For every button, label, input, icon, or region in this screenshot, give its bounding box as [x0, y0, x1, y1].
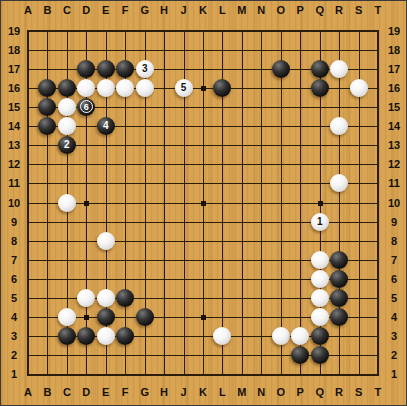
move-number: 1 [317, 213, 323, 231]
column-label-bottom: O [271, 386, 291, 399]
move-number: 3 [142, 60, 148, 78]
row-label-left: 13 [2, 139, 26, 152]
column-label-bottom: D [76, 386, 96, 399]
row-label-left: 5 [2, 292, 26, 305]
column-label-top: R [329, 4, 349, 17]
star-point [201, 86, 206, 91]
column-label-top: N [251, 4, 271, 17]
column-label-bottom: M [232, 386, 252, 399]
stone-white[interactable]: 5 [175, 79, 193, 97]
row-label-left: 15 [2, 101, 26, 114]
column-label-top: E [96, 4, 116, 17]
row-label-left: 11 [2, 177, 26, 190]
stone-white[interactable]: 3 [136, 60, 154, 78]
row-label-left: 3 [2, 330, 26, 343]
column-label-top: Q [310, 4, 330, 17]
row-label-left: 14 [2, 120, 26, 133]
stone-black[interactable] [330, 251, 348, 269]
stone-black[interactable] [330, 289, 348, 307]
stone-white[interactable] [58, 194, 76, 212]
stone-black[interactable]: 4 [97, 117, 115, 135]
row-label-left: 6 [2, 273, 26, 286]
row-label-right: 7 [382, 254, 406, 267]
column-label-top: S [349, 4, 369, 17]
row-label-left: 8 [2, 235, 26, 248]
grid-line-vertical [261, 31, 262, 374]
stone-white[interactable] [311, 289, 329, 307]
grid-line-horizontal [28, 241, 378, 242]
row-label-right: 10 [382, 197, 406, 210]
column-label-bottom: F [115, 386, 135, 399]
move-number: 5 [181, 79, 187, 97]
stone-white[interactable] [272, 327, 290, 345]
stone-black[interactable] [58, 79, 76, 97]
star-point [201, 201, 206, 206]
row-label-left: 9 [2, 216, 26, 229]
star-point [84, 315, 89, 320]
row-label-right: 1 [382, 368, 406, 381]
grid-line-vertical [281, 31, 282, 374]
row-label-right: 15 [382, 101, 406, 114]
stone-white[interactable] [311, 308, 329, 326]
row-label-left: 1 [2, 368, 26, 381]
row-label-right: 16 [382, 82, 406, 95]
column-label-top: A [18, 4, 38, 17]
stone-black[interactable] [311, 346, 329, 364]
row-label-left: 2 [2, 349, 26, 362]
stone-white[interactable] [291, 327, 309, 345]
row-label-right: 3 [382, 330, 406, 343]
column-label-bottom: T [368, 386, 388, 399]
stone-black[interactable] [311, 79, 329, 97]
stone-black[interactable] [116, 327, 134, 345]
column-label-top: T [368, 4, 388, 17]
move-number: 4 [103, 117, 109, 135]
stone-black[interactable] [330, 270, 348, 288]
row-label-left: 10 [2, 197, 26, 210]
column-label-bottom: G [135, 386, 155, 399]
row-label-right: 8 [382, 235, 406, 248]
row-label-right: 2 [382, 349, 406, 362]
stone-white[interactable]: 1 [311, 213, 329, 231]
go-board-screenshot: AABBCCDDEEFFGGHHJJKKLLMMNNOOPPQQRRSSTT19… [0, 0, 407, 406]
stone-white[interactable] [58, 308, 76, 326]
column-label-bottom: R [329, 386, 349, 399]
column-label-top: D [76, 4, 96, 17]
column-label-bottom: B [37, 386, 57, 399]
column-label-top: K [193, 4, 213, 17]
column-label-top: F [115, 4, 135, 17]
column-label-top: P [290, 4, 310, 17]
column-label-bottom: E [96, 386, 116, 399]
stone-white[interactable] [311, 270, 329, 288]
column-label-bottom: K [193, 386, 213, 399]
grid-line-vertical [242, 31, 243, 374]
star-point [201, 315, 206, 320]
row-label-right: 19 [382, 25, 406, 38]
column-label-top: C [57, 4, 77, 17]
column-label-top: M [232, 4, 252, 17]
stone-black[interactable] [311, 60, 329, 78]
stone-white[interactable] [97, 327, 115, 345]
column-label-bottom: H [154, 386, 174, 399]
stone-black[interactable] [330, 308, 348, 326]
row-label-left: 12 [2, 158, 26, 171]
column-label-bottom: A [18, 386, 38, 399]
column-label-top: H [154, 4, 174, 17]
stone-white[interactable] [97, 79, 115, 97]
column-label-top: B [37, 4, 57, 17]
column-label-bottom: L [212, 386, 232, 399]
row-label-left: 18 [2, 44, 26, 57]
row-label-right: 17 [382, 63, 406, 76]
stone-white[interactable] [77, 289, 95, 307]
stone-black[interactable] [136, 308, 154, 326]
row-label-left: 16 [2, 82, 26, 95]
grid-line-vertical [300, 31, 301, 374]
stone-white[interactable] [350, 79, 368, 97]
row-label-right: 5 [382, 292, 406, 305]
row-label-right: 13 [382, 139, 406, 152]
row-label-left: 19 [2, 25, 26, 38]
column-label-bottom: S [349, 386, 369, 399]
move-number-circled: 6 [80, 100, 93, 113]
row-label-right: 18 [382, 44, 406, 57]
row-label-left: 17 [2, 63, 26, 76]
row-label-left: 7 [2, 254, 26, 267]
column-label-top: G [135, 4, 155, 17]
column-label-bottom: Q [310, 386, 330, 399]
move-number: 2 [64, 136, 70, 154]
stone-black[interactable] [272, 60, 290, 78]
column-label-bottom: C [57, 386, 77, 399]
column-label-top: O [271, 4, 291, 17]
stone-white[interactable] [58, 98, 76, 116]
row-label-right: 11 [382, 177, 406, 190]
row-label-right: 14 [382, 120, 406, 133]
star-point [318, 201, 323, 206]
column-label-bottom: N [251, 386, 271, 399]
column-label-bottom: J [174, 386, 194, 399]
stone-black[interactable] [97, 60, 115, 78]
column-label-top: L [212, 4, 232, 17]
stone-black[interactable] [311, 327, 329, 345]
stone-white[interactable] [97, 232, 115, 250]
stone-white[interactable] [136, 79, 154, 97]
column-label-bottom: P [290, 386, 310, 399]
row-label-right: 9 [382, 216, 406, 229]
stone-white[interactable] [97, 289, 115, 307]
stone-black[interactable] [116, 289, 134, 307]
row-label-right: 4 [382, 311, 406, 324]
row-label-left: 4 [2, 311, 26, 324]
stone-black[interactable] [58, 327, 76, 345]
row-label-right: 12 [382, 158, 406, 171]
star-point [84, 201, 89, 206]
row-label-right: 6 [382, 273, 406, 286]
stone-black[interactable] [97, 308, 115, 326]
stone-white[interactable] [311, 251, 329, 269]
column-label-top: J [174, 4, 194, 17]
